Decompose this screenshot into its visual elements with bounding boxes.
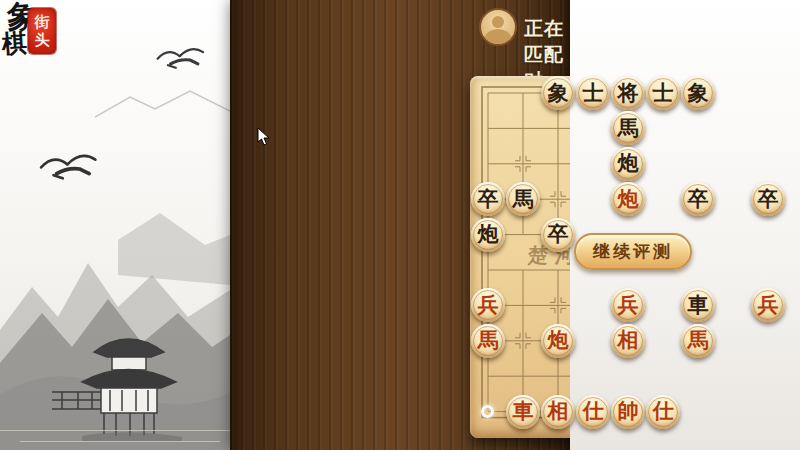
- piece-black-将-c4r0[interactable]: 将: [611, 76, 645, 110]
- piece-red-仕-c3r9[interactable]: 仕: [576, 395, 610, 429]
- piece-red-馬-c0r7[interactable]: 馬: [471, 324, 505, 358]
- ink-mountains: [0, 195, 230, 450]
- piece-red-炮-c2r7[interactable]: 炮: [541, 324, 575, 358]
- piece-black-卒-c0r3[interactable]: 卒: [471, 182, 505, 216]
- continue-evaluation-button[interactable]: 继续评测: [574, 233, 692, 270]
- piece-red-仕-c5r9[interactable]: 仕: [646, 395, 680, 429]
- crane-icon: [38, 148, 100, 190]
- piece-black-卒-c6r3[interactable]: 卒: [681, 182, 715, 216]
- piece-black-卒-c8r3[interactable]: 卒: [751, 182, 785, 216]
- opponent-avatar[interactable]: [479, 8, 517, 46]
- left-ink-panel: 象 棋 街 头: [0, 0, 230, 450]
- avatar-person-icon: [492, 16, 504, 28]
- piece-red-車-c1r9[interactable]: 車: [506, 395, 540, 429]
- faint-ridge: [95, 85, 230, 120]
- seal-char-tou: 头: [35, 31, 50, 49]
- piece-red-炮-c4r3[interactable]: 炮: [611, 182, 645, 216]
- screenshot-stage: 象 棋 街 头: [0, 0, 800, 450]
- mouse-cursor-icon: [257, 127, 271, 147]
- piece-red-相-c4r7[interactable]: 相: [611, 324, 645, 358]
- piece-black-士-c3r0[interactable]: 士: [576, 76, 610, 110]
- piece-black-卒-c2r4[interactable]: 卒: [541, 218, 575, 252]
- game-window: 正在匹配对手... 21:58 旁观 楚河 汉界 继续评测 象士将士象馬炮卒馬炮…: [230, 0, 570, 450]
- piece-black-炮-c4r2[interactable]: 炮: [611, 147, 645, 181]
- piece-red-帥-c4r9[interactable]: 帥: [611, 395, 645, 429]
- crane-icon: [155, 42, 207, 78]
- piece-red-相-c2r9[interactable]: 相: [541, 395, 575, 429]
- water-ripple: [20, 441, 220, 442]
- logo-red-seal: 街 头: [28, 8, 56, 54]
- logo-char-qi: 棋: [1, 30, 28, 57]
- piece-black-士-c5r0[interactable]: 士: [646, 76, 680, 110]
- piece-black-象-c2r0[interactable]: 象: [541, 76, 575, 110]
- last-move-marker: [481, 405, 494, 418]
- seal-char-jie: 街: [35, 13, 50, 31]
- ink-pavilion: [52, 330, 204, 445]
- right-ink-panel: 象棋街头 业叁守門员 卒 人生如棋 我愿为卒 虽行动缓慢 可曾见我后退半步: [570, 0, 800, 450]
- piece-black-馬-c1r3[interactable]: 馬: [506, 182, 540, 216]
- piece-red-馬-c6r7[interactable]: 馬: [681, 324, 715, 358]
- water-ripple: [0, 430, 230, 431]
- piece-black-炮-c0r4[interactable]: 炮: [471, 218, 505, 252]
- piece-black-象-c6r0[interactable]: 象: [681, 76, 715, 110]
